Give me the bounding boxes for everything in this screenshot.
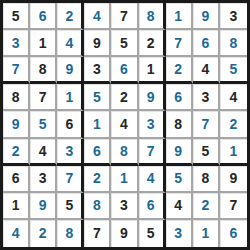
cell-r4c4[interactable]: 5 (84, 84, 111, 111)
cell-value: 4 (12, 226, 20, 240)
cell-value: 1 (120, 171, 128, 185)
cell-r1c1[interactable]: 5 (3, 3, 30, 30)
cell-value: 4 (39, 144, 47, 158)
cell-value: 1 (65, 90, 73, 104)
cell-r4c7[interactable]: 6 (166, 84, 193, 111)
cell-value: 9 (201, 9, 209, 23)
cell-value: 1 (201, 226, 209, 240)
cell-r9c4[interactable]: 7 (84, 220, 111, 247)
cell-value: 7 (93, 226, 101, 240)
cell-value: 2 (147, 36, 155, 50)
cell-r2c7[interactable]: 7 (166, 30, 193, 57)
cell-r7c5[interactable]: 1 (111, 166, 138, 193)
cell-value: 6 (230, 226, 238, 240)
cell-value: 7 (65, 171, 73, 185)
cell-r3c7[interactable]: 2 (166, 57, 193, 84)
cell-value: 3 (201, 90, 209, 104)
cell-value: 5 (120, 36, 128, 50)
cell-value: 4 (147, 171, 155, 185)
sudoku-board: 5624781933149527687893612458715296349561… (0, 0, 250, 250)
cell-value: 2 (201, 198, 209, 212)
cell-value: 9 (174, 144, 182, 158)
cell-r1c3[interactable]: 2 (57, 3, 84, 30)
cell-value: 8 (65, 226, 73, 240)
cell-r8c8[interactable]: 2 (193, 193, 220, 220)
cell-r4c9[interactable]: 4 (220, 84, 247, 111)
cell-value: 6 (39, 9, 47, 23)
cell-r7c6[interactable]: 4 (139, 166, 166, 193)
cell-r9c3[interactable]: 8 (57, 220, 84, 247)
cell-value: 5 (12, 9, 20, 23)
cell-value: 2 (174, 62, 182, 76)
cell-value: 6 (120, 62, 128, 76)
cell-value: 5 (39, 117, 47, 131)
cell-value: 7 (120, 9, 128, 23)
cell-r5c8[interactable]: 7 (193, 111, 220, 138)
cell-value: 1 (174, 9, 182, 23)
cell-r5c6[interactable]: 3 (139, 111, 166, 138)
cell-value: 9 (120, 226, 128, 240)
cell-r9c7[interactable]: 3 (166, 220, 193, 247)
cell-r7c1[interactable]: 6 (3, 166, 30, 193)
cell-r9c6[interactable]: 5 (139, 220, 166, 247)
cell-r2c2[interactable]: 1 (30, 30, 57, 57)
cell-value: 4 (93, 9, 101, 23)
cell-value: 8 (93, 198, 101, 212)
cell-value: 8 (120, 144, 128, 158)
cell-r6c5[interactable]: 8 (111, 139, 138, 166)
cell-r5c7[interactable]: 8 (166, 111, 193, 138)
cell-r1c5[interactable]: 7 (111, 3, 138, 30)
cell-r6c1[interactable]: 2 (3, 139, 30, 166)
cell-value: 4 (230, 90, 238, 104)
cell-r3c8[interactable]: 4 (193, 57, 220, 84)
cell-r8c1[interactable]: 1 (3, 193, 30, 220)
cell-r1c2[interactable]: 6 (30, 3, 57, 30)
cell-value: 9 (230, 171, 238, 185)
cell-r4c5[interactable]: 2 (111, 84, 138, 111)
cell-value: 3 (120, 198, 128, 212)
cell-value: 6 (12, 171, 20, 185)
cell-r2c5[interactable]: 5 (111, 30, 138, 57)
cell-r5c4[interactable]: 1 (84, 111, 111, 138)
cell-value: 6 (174, 90, 182, 104)
cell-value: 3 (65, 144, 73, 158)
cell-value: 9 (65, 62, 73, 76)
cell-r8c6[interactable]: 6 (139, 193, 166, 220)
cell-r2c8[interactable]: 6 (193, 30, 220, 57)
cell-value: 2 (39, 226, 47, 240)
cell-r2c3[interactable]: 4 (57, 30, 84, 57)
cell-r6c7[interactable]: 9 (166, 139, 193, 166)
cell-value: 4 (120, 117, 128, 131)
cell-value: 2 (12, 144, 20, 158)
cell-r2c6[interactable]: 2 (139, 30, 166, 57)
cell-r2c1[interactable]: 3 (3, 30, 30, 57)
cell-r7c7[interactable]: 5 (166, 166, 193, 193)
cell-r1c8[interactable]: 9 (193, 3, 220, 30)
cell-r1c7[interactable]: 1 (166, 3, 193, 30)
cell-r7c3[interactable]: 7 (57, 166, 84, 193)
cell-r9c9[interactable]: 6 (220, 220, 247, 247)
cell-value: 2 (93, 171, 101, 185)
cell-value: 3 (147, 117, 155, 131)
cell-r9c1[interactable]: 4 (3, 220, 30, 247)
cell-value: 6 (201, 36, 209, 50)
cell-r8c3[interactable]: 5 (57, 193, 84, 220)
cell-r7c4[interactable]: 2 (84, 166, 111, 193)
cell-r6c2[interactable]: 4 (30, 139, 57, 166)
cell-value: 9 (147, 90, 155, 104)
cell-r1c6[interactable]: 8 (139, 3, 166, 30)
cell-value: 3 (12, 36, 20, 50)
cell-r3c4[interactable]: 3 (84, 57, 111, 84)
cell-value: 5 (65, 198, 73, 212)
cell-value: 4 (174, 198, 182, 212)
cell-r5c3[interactable]: 6 (57, 111, 84, 138)
cell-value: 1 (39, 36, 47, 50)
cell-value: 1 (147, 62, 155, 76)
cell-value: 1 (93, 117, 101, 131)
cell-value: 5 (93, 90, 101, 104)
cell-value: 2 (120, 90, 128, 104)
cell-r4c6[interactable]: 9 (139, 84, 166, 111)
cell-value: 2 (65, 9, 73, 23)
cell-value: 5 (147, 226, 155, 240)
cell-value: 8 (174, 117, 182, 131)
cell-r8c5[interactable]: 3 (111, 193, 138, 220)
cell-r2c4[interactable]: 9 (84, 30, 111, 57)
cell-value: 9 (39, 198, 47, 212)
cell-value: 8 (39, 62, 47, 76)
cell-r1c4[interactable]: 4 (84, 3, 111, 30)
cell-value: 7 (174, 36, 182, 50)
cell-r4c2[interactable]: 7 (30, 84, 57, 111)
cell-value: 8 (201, 171, 209, 185)
cell-value: 5 (230, 62, 238, 76)
cell-value: 1 (230, 144, 238, 158)
cell-value: 8 (147, 9, 155, 23)
cell-r9c2[interactable]: 2 (30, 220, 57, 247)
cell-r4c3[interactable]: 1 (57, 84, 84, 111)
cell-r6c3[interactable]: 3 (57, 139, 84, 166)
cell-value: 8 (12, 90, 20, 104)
cell-value: 4 (65, 36, 73, 50)
cell-r9c5[interactable]: 9 (111, 220, 138, 247)
cell-value: 1 (12, 198, 20, 212)
cell-r3c3[interactable]: 9 (57, 57, 84, 84)
cell-value: 3 (93, 62, 101, 76)
cell-r6c6[interactable]: 7 (139, 139, 166, 166)
cell-r5c2[interactable]: 5 (30, 111, 57, 138)
cell-value: 6 (93, 144, 101, 158)
cell-r5c9[interactable]: 2 (220, 111, 247, 138)
cell-r6c4[interactable]: 6 (84, 139, 111, 166)
cell-value: 3 (39, 171, 47, 185)
cell-r8c2[interactable]: 9 (30, 193, 57, 220)
cell-r2c9[interactable]: 8 (220, 30, 247, 57)
cell-value: 6 (65, 117, 73, 131)
cell-value: 7 (201, 117, 209, 131)
cell-r1c9[interactable]: 3 (220, 3, 247, 30)
cell-r8c9[interactable]: 7 (220, 193, 247, 220)
cell-r9c8[interactable]: 1 (193, 220, 220, 247)
cell-r5c1[interactable]: 9 (3, 111, 30, 138)
cell-r7c8[interactable]: 8 (193, 166, 220, 193)
cell-r3c1[interactable]: 7 (3, 57, 30, 84)
cell-value: 5 (201, 144, 209, 158)
cell-r3c5[interactable]: 6 (111, 57, 138, 84)
cell-value: 7 (230, 198, 238, 212)
cell-r8c4[interactable]: 8 (84, 193, 111, 220)
cell-value: 4 (201, 62, 209, 76)
cell-r4c1[interactable]: 8 (3, 84, 30, 111)
cell-r7c9[interactable]: 9 (220, 166, 247, 193)
cell-r3c2[interactable]: 8 (30, 57, 57, 84)
cell-value: 7 (12, 62, 20, 76)
cell-value: 7 (147, 144, 155, 158)
cell-r5c5[interactable]: 4 (111, 111, 138, 138)
cell-value: 3 (174, 226, 182, 240)
cell-value: 2 (230, 117, 238, 131)
cell-value: 5 (174, 171, 182, 185)
cell-value: 3 (230, 9, 238, 23)
cell-value: 6 (147, 198, 155, 212)
cell-value: 9 (12, 117, 20, 131)
cell-r3c6[interactable]: 1 (139, 57, 166, 84)
cell-value: 9 (93, 36, 101, 50)
cell-r8c7[interactable]: 4 (166, 193, 193, 220)
cell-r7c2[interactable]: 3 (30, 166, 57, 193)
cell-r6c9[interactable]: 1 (220, 139, 247, 166)
cell-value: 7 (39, 90, 47, 104)
cell-r3c9[interactable]: 5 (220, 57, 247, 84)
cell-r4c8[interactable]: 3 (193, 84, 220, 111)
cell-r6c8[interactable]: 5 (193, 139, 220, 166)
cell-value: 8 (230, 36, 238, 50)
